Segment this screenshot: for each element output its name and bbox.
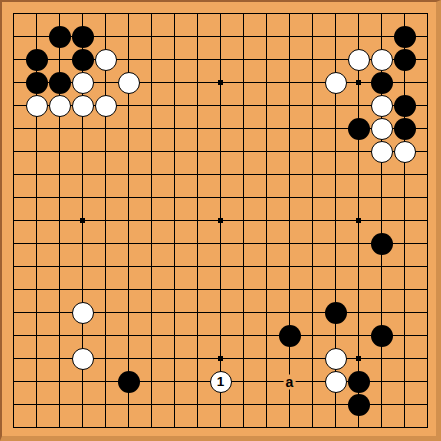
intersection-13-6[interactable] xyxy=(278,117,301,140)
intersection-17-19[interactable] xyxy=(370,416,393,439)
intersection-11-11[interactable] xyxy=(232,232,255,255)
intersection-8-1[interactable] xyxy=(163,2,186,25)
intersection-1-4[interactable] xyxy=(2,71,25,94)
intersection-11-10[interactable] xyxy=(232,209,255,232)
intersection-16-4[interactable] xyxy=(347,71,370,94)
intersection-15-19[interactable] xyxy=(324,416,347,439)
intersection-9-6[interactable] xyxy=(186,117,209,140)
intersection-1-1[interactable] xyxy=(2,2,25,25)
intersection-15-2[interactable] xyxy=(324,25,347,48)
intersection-3-17[interactable] xyxy=(48,370,71,393)
intersection-17-18[interactable] xyxy=(370,393,393,416)
intersection-16-15[interactable] xyxy=(347,324,370,347)
intersection-10-11[interactable] xyxy=(209,232,232,255)
intersection-13-1[interactable] xyxy=(278,2,301,25)
intersection-4-3[interactable] xyxy=(71,48,94,71)
intersection-10-8[interactable] xyxy=(209,163,232,186)
intersection-6-12[interactable] xyxy=(117,255,140,278)
intersection-4-18[interactable] xyxy=(71,393,94,416)
intersection-12-14[interactable] xyxy=(255,301,278,324)
intersection-16-8[interactable] xyxy=(347,163,370,186)
intersection-17-4[interactable] xyxy=(370,71,393,94)
intersection-6-19[interactable] xyxy=(117,416,140,439)
intersection-6-9[interactable] xyxy=(117,186,140,209)
intersection-4-8[interactable] xyxy=(71,163,94,186)
intersection-9-16[interactable] xyxy=(186,347,209,370)
intersection-17-14[interactable] xyxy=(370,301,393,324)
intersection-13-3[interactable] xyxy=(278,48,301,71)
intersection-16-14[interactable] xyxy=(347,301,370,324)
intersection-10-14[interactable] xyxy=(209,301,232,324)
intersection-13-2[interactable] xyxy=(278,25,301,48)
intersection-14-7[interactable] xyxy=(301,140,324,163)
intersection-17-5[interactable] xyxy=(370,94,393,117)
intersection-12-19[interactable] xyxy=(255,416,278,439)
intersection-3-13[interactable] xyxy=(48,278,71,301)
intersection-14-15[interactable] xyxy=(301,324,324,347)
intersection-19-16[interactable] xyxy=(416,347,439,370)
intersection-12-11[interactable] xyxy=(255,232,278,255)
intersection-5-13[interactable] xyxy=(94,278,117,301)
intersection-10-1[interactable] xyxy=(209,2,232,25)
intersection-6-15[interactable] xyxy=(117,324,140,347)
intersection-4-2[interactable] xyxy=(71,25,94,48)
intersection-2-13[interactable] xyxy=(25,278,48,301)
intersection-13-8[interactable] xyxy=(278,163,301,186)
intersection-17-3[interactable] xyxy=(370,48,393,71)
intersection-16-9[interactable] xyxy=(347,186,370,209)
intersection-15-11[interactable] xyxy=(324,232,347,255)
intersection-1-10[interactable] xyxy=(2,209,25,232)
intersection-14-1[interactable] xyxy=(301,2,324,25)
intersection-17-15[interactable] xyxy=(370,324,393,347)
intersection-18-7[interactable] xyxy=(393,140,416,163)
intersection-10-19[interactable] xyxy=(209,416,232,439)
intersection-8-6[interactable] xyxy=(163,117,186,140)
intersection-13-14[interactable] xyxy=(278,301,301,324)
intersection-1-3[interactable] xyxy=(2,48,25,71)
intersection-7-18[interactable] xyxy=(140,393,163,416)
intersection-5-14[interactable] xyxy=(94,301,117,324)
intersection-11-13[interactable] xyxy=(232,278,255,301)
intersection-6-17[interactable] xyxy=(117,370,140,393)
intersection-6-8[interactable] xyxy=(117,163,140,186)
intersection-15-1[interactable] xyxy=(324,2,347,25)
intersection-6-11[interactable] xyxy=(117,232,140,255)
intersection-11-3[interactable] xyxy=(232,48,255,71)
intersection-12-5[interactable] xyxy=(255,94,278,117)
intersection-7-2[interactable] xyxy=(140,25,163,48)
intersection-1-2[interactable] xyxy=(2,25,25,48)
intersection-17-9[interactable] xyxy=(370,186,393,209)
intersection-9-9[interactable] xyxy=(186,186,209,209)
intersection-11-17[interactable] xyxy=(232,370,255,393)
intersection-10-6[interactable] xyxy=(209,117,232,140)
intersection-1-5[interactable] xyxy=(2,94,25,117)
intersection-9-11[interactable] xyxy=(186,232,209,255)
intersection-1-12[interactable] xyxy=(2,255,25,278)
intersection-5-6[interactable] xyxy=(94,117,117,140)
intersection-7-5[interactable] xyxy=(140,94,163,117)
intersection-7-13[interactable] xyxy=(140,278,163,301)
intersection-5-7[interactable] xyxy=(94,140,117,163)
intersection-5-1[interactable] xyxy=(94,2,117,25)
intersection-15-4[interactable] xyxy=(324,71,347,94)
intersection-13-9[interactable] xyxy=(278,186,301,209)
intersection-1-9[interactable] xyxy=(2,186,25,209)
intersection-14-5[interactable] xyxy=(301,94,324,117)
intersection-10-5[interactable] xyxy=(209,94,232,117)
intersection-2-15[interactable] xyxy=(25,324,48,347)
intersection-14-10[interactable] xyxy=(301,209,324,232)
intersection-1-19[interactable] xyxy=(2,416,25,439)
intersection-4-12[interactable] xyxy=(71,255,94,278)
intersection-13-15[interactable] xyxy=(278,324,301,347)
intersection-15-9[interactable] xyxy=(324,186,347,209)
intersection-18-1[interactable] xyxy=(393,2,416,25)
intersection-2-7[interactable] xyxy=(25,140,48,163)
intersection-11-9[interactable] xyxy=(232,186,255,209)
intersection-2-8[interactable] xyxy=(25,163,48,186)
intersection-3-10[interactable] xyxy=(48,209,71,232)
intersection-8-14[interactable] xyxy=(163,301,186,324)
intersection-16-2[interactable] xyxy=(347,25,370,48)
intersection-6-10[interactable] xyxy=(117,209,140,232)
intersection-19-8[interactable] xyxy=(416,163,439,186)
intersection-9-8[interactable] xyxy=(186,163,209,186)
intersection-7-8[interactable] xyxy=(140,163,163,186)
intersection-19-1[interactable] xyxy=(416,2,439,25)
intersection-1-16[interactable] xyxy=(2,347,25,370)
intersection-8-12[interactable] xyxy=(163,255,186,278)
intersection-1-6[interactable] xyxy=(2,117,25,140)
intersection-6-5[interactable] xyxy=(117,94,140,117)
intersection-10-7[interactable] xyxy=(209,140,232,163)
intersection-9-12[interactable] xyxy=(186,255,209,278)
intersection-5-9[interactable] xyxy=(94,186,117,209)
intersection-14-18[interactable] xyxy=(301,393,324,416)
intersection-10-10[interactable] xyxy=(209,209,232,232)
intersection-2-9[interactable] xyxy=(25,186,48,209)
intersection-8-8[interactable] xyxy=(163,163,186,186)
intersection-9-10[interactable] xyxy=(186,209,209,232)
intersection-11-5[interactable] xyxy=(232,94,255,117)
intersection-11-2[interactable] xyxy=(232,25,255,48)
intersection-3-4[interactable] xyxy=(48,71,71,94)
intersection-16-12[interactable] xyxy=(347,255,370,278)
intersection-4-5[interactable] xyxy=(71,94,94,117)
intersection-14-2[interactable] xyxy=(301,25,324,48)
intersection-10-15[interactable] xyxy=(209,324,232,347)
intersection-15-12[interactable] xyxy=(324,255,347,278)
intersection-7-14[interactable] xyxy=(140,301,163,324)
intersection-5-2[interactable] xyxy=(94,25,117,48)
intersection-3-5[interactable] xyxy=(48,94,71,117)
intersection-13-10[interactable] xyxy=(278,209,301,232)
intersection-7-11[interactable] xyxy=(140,232,163,255)
intersection-8-11[interactable] xyxy=(163,232,186,255)
intersection-15-13[interactable] xyxy=(324,278,347,301)
intersection-3-11[interactable] xyxy=(48,232,71,255)
intersection-19-12[interactable] xyxy=(416,255,439,278)
intersection-5-12[interactable] xyxy=(94,255,117,278)
intersection-13-16[interactable] xyxy=(278,347,301,370)
intersection-2-10[interactable] xyxy=(25,209,48,232)
intersection-8-9[interactable] xyxy=(163,186,186,209)
intersection-5-11[interactable] xyxy=(94,232,117,255)
intersection-19-2[interactable] xyxy=(416,25,439,48)
intersection-8-18[interactable] xyxy=(163,393,186,416)
intersection-11-14[interactable] xyxy=(232,301,255,324)
intersection-19-6[interactable] xyxy=(416,117,439,140)
intersection-15-17[interactable] xyxy=(324,370,347,393)
intersection-12-10[interactable] xyxy=(255,209,278,232)
intersection-17-16[interactable] xyxy=(370,347,393,370)
intersection-17-7[interactable] xyxy=(370,140,393,163)
intersection-15-5[interactable] xyxy=(324,94,347,117)
intersection-19-10[interactable] xyxy=(416,209,439,232)
intersection-2-18[interactable] xyxy=(25,393,48,416)
intersection-12-15[interactable] xyxy=(255,324,278,347)
intersection-9-15[interactable] xyxy=(186,324,209,347)
intersection-12-8[interactable] xyxy=(255,163,278,186)
intersection-7-3[interactable] xyxy=(140,48,163,71)
intersection-5-18[interactable] xyxy=(94,393,117,416)
intersection-14-16[interactable] xyxy=(301,347,324,370)
intersection-13-19[interactable] xyxy=(278,416,301,439)
intersection-8-17[interactable] xyxy=(163,370,186,393)
intersection-2-1[interactable] xyxy=(25,2,48,25)
intersection-2-19[interactable] xyxy=(25,416,48,439)
intersection-14-4[interactable] xyxy=(301,71,324,94)
intersection-2-11[interactable] xyxy=(25,232,48,255)
intersection-11-4[interactable] xyxy=(232,71,255,94)
intersection-3-2[interactable] xyxy=(48,25,71,48)
intersection-18-3[interactable] xyxy=(393,48,416,71)
intersection-16-10[interactable] xyxy=(347,209,370,232)
intersection-2-2[interactable] xyxy=(25,25,48,48)
intersection-18-4[interactable] xyxy=(393,71,416,94)
intersection-6-1[interactable] xyxy=(117,2,140,25)
intersection-14-3[interactable] xyxy=(301,48,324,71)
intersection-4-16[interactable] xyxy=(71,347,94,370)
intersection-11-8[interactable] xyxy=(232,163,255,186)
intersection-1-8[interactable] xyxy=(2,163,25,186)
intersection-9-18[interactable] xyxy=(186,393,209,416)
intersection-15-6[interactable] xyxy=(324,117,347,140)
intersection-19-4[interactable] xyxy=(416,71,439,94)
intersection-2-6[interactable] xyxy=(25,117,48,140)
intersection-19-7[interactable] xyxy=(416,140,439,163)
intersection-15-18[interactable] xyxy=(324,393,347,416)
intersection-17-1[interactable] xyxy=(370,2,393,25)
intersection-9-4[interactable] xyxy=(186,71,209,94)
intersection-18-18[interactable] xyxy=(393,393,416,416)
intersection-2-17[interactable] xyxy=(25,370,48,393)
intersection-18-5[interactable] xyxy=(393,94,416,117)
intersection-4-4[interactable] xyxy=(71,71,94,94)
intersection-11-18[interactable] xyxy=(232,393,255,416)
intersection-13-17[interactable]: a xyxy=(278,370,301,393)
intersection-19-18[interactable] xyxy=(416,393,439,416)
intersection-12-3[interactable] xyxy=(255,48,278,71)
intersection-18-8[interactable] xyxy=(393,163,416,186)
intersection-19-19[interactable] xyxy=(416,416,439,439)
intersection-12-12[interactable] xyxy=(255,255,278,278)
intersection-2-14[interactable] xyxy=(25,301,48,324)
intersection-5-8[interactable] xyxy=(94,163,117,186)
intersection-18-10[interactable] xyxy=(393,209,416,232)
intersection-6-3[interactable] xyxy=(117,48,140,71)
intersection-19-11[interactable] xyxy=(416,232,439,255)
intersection-18-6[interactable] xyxy=(393,117,416,140)
intersection-11-19[interactable] xyxy=(232,416,255,439)
intersection-7-15[interactable] xyxy=(140,324,163,347)
intersection-13-13[interactable] xyxy=(278,278,301,301)
intersection-17-8[interactable] xyxy=(370,163,393,186)
intersection-7-9[interactable] xyxy=(140,186,163,209)
intersection-8-16[interactable] xyxy=(163,347,186,370)
intersection-11-16[interactable] xyxy=(232,347,255,370)
intersection-18-13[interactable] xyxy=(393,278,416,301)
intersection-19-3[interactable] xyxy=(416,48,439,71)
intersection-8-3[interactable] xyxy=(163,48,186,71)
intersection-3-19[interactable] xyxy=(48,416,71,439)
intersection-4-9[interactable] xyxy=(71,186,94,209)
intersection-19-15[interactable] xyxy=(416,324,439,347)
intersection-5-5[interactable] xyxy=(94,94,117,117)
intersection-12-7[interactable] xyxy=(255,140,278,163)
intersection-3-14[interactable] xyxy=(48,301,71,324)
intersection-1-18[interactable] xyxy=(2,393,25,416)
intersection-18-17[interactable] xyxy=(393,370,416,393)
intersection-9-19[interactable] xyxy=(186,416,209,439)
intersection-16-7[interactable] xyxy=(347,140,370,163)
intersection-15-7[interactable] xyxy=(324,140,347,163)
intersection-13-4[interactable] xyxy=(278,71,301,94)
intersection-18-14[interactable] xyxy=(393,301,416,324)
intersection-9-3[interactable] xyxy=(186,48,209,71)
intersection-18-16[interactable] xyxy=(393,347,416,370)
intersection-18-2[interactable] xyxy=(393,25,416,48)
intersection-5-15[interactable] xyxy=(94,324,117,347)
intersection-8-7[interactable] xyxy=(163,140,186,163)
intersection-5-3[interactable] xyxy=(94,48,117,71)
intersection-11-1[interactable] xyxy=(232,2,255,25)
intersection-3-16[interactable] xyxy=(48,347,71,370)
intersection-6-2[interactable] xyxy=(117,25,140,48)
intersection-9-17[interactable] xyxy=(186,370,209,393)
intersection-17-2[interactable] xyxy=(370,25,393,48)
intersection-16-13[interactable] xyxy=(347,278,370,301)
intersection-8-19[interactable] xyxy=(163,416,186,439)
intersection-18-11[interactable] xyxy=(393,232,416,255)
intersection-16-16[interactable] xyxy=(347,347,370,370)
intersection-12-18[interactable] xyxy=(255,393,278,416)
intersection-5-4[interactable] xyxy=(94,71,117,94)
intersection-10-9[interactable] xyxy=(209,186,232,209)
intersection-4-7[interactable] xyxy=(71,140,94,163)
intersection-18-19[interactable] xyxy=(393,416,416,439)
intersection-3-8[interactable] xyxy=(48,163,71,186)
intersection-7-19[interactable] xyxy=(140,416,163,439)
intersection-5-19[interactable] xyxy=(94,416,117,439)
intersection-14-8[interactable] xyxy=(301,163,324,186)
intersection-13-5[interactable] xyxy=(278,94,301,117)
intersection-16-6[interactable] xyxy=(347,117,370,140)
intersection-16-1[interactable] xyxy=(347,2,370,25)
intersection-4-1[interactable] xyxy=(71,2,94,25)
intersection-14-17[interactable] xyxy=(301,370,324,393)
intersection-14-19[interactable] xyxy=(301,416,324,439)
intersection-5-10[interactable] xyxy=(94,209,117,232)
intersection-11-7[interactable] xyxy=(232,140,255,163)
intersection-8-4[interactable] xyxy=(163,71,186,94)
intersection-6-7[interactable] xyxy=(117,140,140,163)
intersection-2-3[interactable] xyxy=(25,48,48,71)
intersection-17-10[interactable] xyxy=(370,209,393,232)
intersection-2-12[interactable] xyxy=(25,255,48,278)
intersection-12-16[interactable] xyxy=(255,347,278,370)
intersection-7-10[interactable] xyxy=(140,209,163,232)
intersection-3-9[interactable] xyxy=(48,186,71,209)
intersection-15-10[interactable] xyxy=(324,209,347,232)
intersection-18-9[interactable] xyxy=(393,186,416,209)
intersection-10-12[interactable] xyxy=(209,255,232,278)
intersection-9-14[interactable] xyxy=(186,301,209,324)
intersection-15-8[interactable] xyxy=(324,163,347,186)
intersection-16-19[interactable] xyxy=(347,416,370,439)
intersection-8-10[interactable] xyxy=(163,209,186,232)
intersection-6-18[interactable] xyxy=(117,393,140,416)
intersection-15-16[interactable] xyxy=(324,347,347,370)
intersection-3-7[interactable] xyxy=(48,140,71,163)
intersection-7-12[interactable] xyxy=(140,255,163,278)
intersection-10-13[interactable] xyxy=(209,278,232,301)
intersection-19-5[interactable] xyxy=(416,94,439,117)
intersection-19-13[interactable] xyxy=(416,278,439,301)
intersection-9-2[interactable] xyxy=(186,25,209,48)
intersection-3-15[interactable] xyxy=(48,324,71,347)
intersection-16-5[interactable] xyxy=(347,94,370,117)
intersection-12-4[interactable] xyxy=(255,71,278,94)
intersection-17-12[interactable] xyxy=(370,255,393,278)
intersection-14-13[interactable] xyxy=(301,278,324,301)
intersection-3-12[interactable] xyxy=(48,255,71,278)
intersection-5-16[interactable] xyxy=(94,347,117,370)
intersection-13-11[interactable] xyxy=(278,232,301,255)
intersection-16-18[interactable] xyxy=(347,393,370,416)
intersection-14-14[interactable] xyxy=(301,301,324,324)
intersection-11-15[interactable] xyxy=(232,324,255,347)
intersection-15-14[interactable] xyxy=(324,301,347,324)
intersection-1-13[interactable] xyxy=(2,278,25,301)
intersection-17-11[interactable] xyxy=(370,232,393,255)
intersection-10-17[interactable]: 1 xyxy=(209,370,232,393)
intersection-14-11[interactable] xyxy=(301,232,324,255)
intersection-4-15[interactable] xyxy=(71,324,94,347)
intersection-1-15[interactable] xyxy=(2,324,25,347)
intersection-13-18[interactable] xyxy=(278,393,301,416)
intersection-12-6[interactable] xyxy=(255,117,278,140)
intersection-19-17[interactable] xyxy=(416,370,439,393)
intersection-14-6[interactable] xyxy=(301,117,324,140)
intersection-15-15[interactable] xyxy=(324,324,347,347)
intersection-4-11[interactable] xyxy=(71,232,94,255)
intersection-18-12[interactable] xyxy=(393,255,416,278)
intersection-9-7[interactable] xyxy=(186,140,209,163)
intersection-1-7[interactable] xyxy=(2,140,25,163)
